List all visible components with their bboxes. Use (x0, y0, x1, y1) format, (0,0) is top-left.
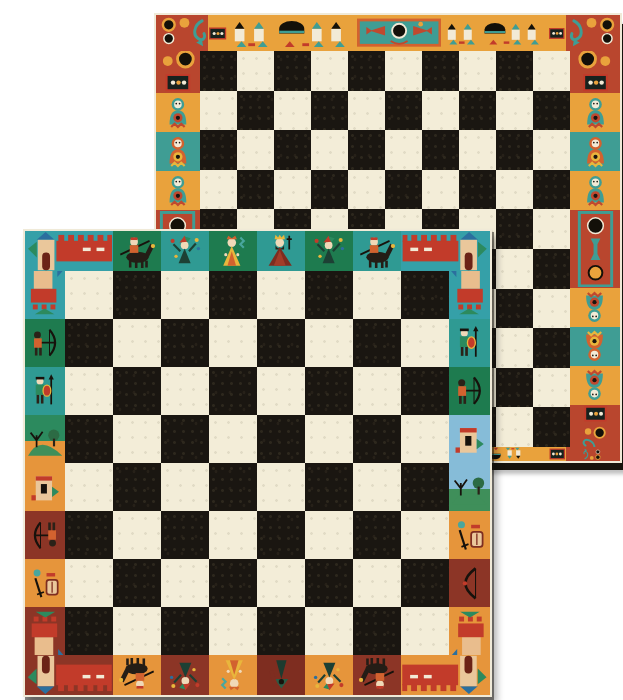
knight-on-horseback (113, 231, 161, 271)
draughts-square-r7c10 (533, 289, 570, 329)
mini-panel (570, 405, 620, 423)
stone-building (449, 415, 490, 463)
chess-square-g1 (353, 607, 401, 655)
draughts-square-r1c10 (533, 51, 570, 91)
matryoshka-doll (156, 171, 200, 210)
chess-square-f5 (305, 415, 353, 463)
draughts-board-border-top (156, 15, 620, 51)
chess-square-a3 (65, 511, 113, 559)
chess-square-e7 (257, 319, 305, 367)
chess-board-field (65, 271, 449, 655)
chess-square-d8 (209, 271, 257, 319)
draughts-square-r1c8 (459, 51, 496, 91)
knight-gear (449, 511, 490, 559)
chess-square-h8 (401, 271, 449, 319)
corner-castle-top-right (401, 231, 490, 271)
corner-castle-bottom-right (401, 655, 490, 695)
chess-square-g5 (353, 415, 401, 463)
draughts-square-r2c1 (200, 91, 237, 131)
corner-folk-bird (566, 15, 620, 51)
matryoshka-doll (570, 171, 620, 210)
draughts-square-r1c6 (385, 51, 422, 91)
mini-panel (208, 15, 228, 51)
chess-square-a7 (65, 319, 113, 367)
mini-panel (548, 447, 566, 461)
draughts-square-r3c7 (422, 130, 459, 170)
draughts-square-r3c4 (311, 130, 348, 170)
draughts-square-r3c2 (237, 130, 274, 170)
draughts-square-r3c5 (348, 130, 385, 170)
draughts-square-r2c7 (422, 91, 459, 131)
chess-square-a2 (65, 559, 113, 607)
chess-square-h3 (401, 511, 449, 559)
juggler (305, 231, 353, 271)
chess-square-d1 (209, 607, 257, 655)
chess-square-d5 (209, 415, 257, 463)
draughts-square-r4c6 (385, 170, 422, 210)
chess-square-g2 (353, 559, 401, 607)
chess-square-f7 (305, 319, 353, 367)
chess-square-b3 (113, 511, 161, 559)
draughts-square-r3c8 (459, 130, 496, 170)
spearman-with-shield (25, 367, 65, 415)
chess-square-g8 (353, 271, 401, 319)
matryoshka-doll (570, 366, 620, 405)
chess-square-h6 (401, 367, 449, 415)
draughts-square-r2c6 (385, 91, 422, 131)
draughts-square-r4c2 (237, 170, 274, 210)
landscape-with-sling (449, 463, 490, 511)
scene (0, 0, 623, 700)
matryoshka-doll (570, 327, 620, 366)
chess-square-d2 (209, 559, 257, 607)
draughts-square-r1c5 (348, 51, 385, 91)
chess-board (23, 229, 492, 697)
tower-motif-strip (442, 15, 548, 51)
draughts-square-r6c9 (496, 249, 533, 289)
draughts-square-r4c7 (422, 170, 459, 210)
chess-square-f6 (305, 367, 353, 415)
draughts-square-r5c9 (496, 209, 533, 249)
chess-square-c5 (161, 415, 209, 463)
bone-medallion-panel (570, 210, 620, 288)
draughts-square-r3c6 (385, 130, 422, 170)
chess-square-e4 (257, 463, 305, 511)
draughts-square-r3c10 (533, 130, 570, 170)
matryoshka-doll (570, 93, 620, 132)
chess-square-h4 (401, 463, 449, 511)
chess-square-b7 (113, 319, 161, 367)
draughts-square-r2c10 (533, 91, 570, 131)
chess-square-d6 (209, 367, 257, 415)
draughts-square-r7c9 (496, 289, 533, 329)
matryoshka-doll (570, 288, 620, 327)
stone-building (25, 463, 65, 511)
chess-square-c1 (161, 607, 209, 655)
corner-folk-bird (566, 447, 620, 461)
mini-panel (548, 15, 566, 51)
tower-motif-strip (228, 15, 356, 51)
draughts-square-r1c2 (237, 51, 274, 91)
draughts-square-r4c3 (274, 170, 311, 210)
chess-square-g6 (353, 367, 401, 415)
corner-folk-bird (156, 15, 208, 51)
draughts-square-r2c2 (237, 91, 274, 131)
mini-panel (156, 73, 200, 93)
archer (25, 319, 65, 367)
draughts-square-r5c10 (533, 209, 570, 249)
corner-castle-top-left (25, 231, 113, 271)
chess-square-b6 (113, 367, 161, 415)
chess-square-g4 (353, 463, 401, 511)
mini-panel (570, 73, 620, 93)
chess-square-g3 (353, 511, 401, 559)
draughts-square-r9c9 (496, 368, 533, 408)
knight-gear (25, 559, 65, 607)
draughts-square-r2c9 (496, 91, 533, 131)
matryoshka-doll (156, 132, 200, 171)
chess-square-e8 (257, 271, 305, 319)
chess-square-c2 (161, 559, 209, 607)
chess-square-f1 (305, 607, 353, 655)
draughts-square-r3c1 (200, 130, 237, 170)
draughts-square-r6c10 (533, 249, 570, 289)
chess-board-border-left (25, 231, 65, 695)
draughts-square-r1c1 (200, 51, 237, 91)
chess-square-e6 (257, 367, 305, 415)
draughts-square-r3c9 (496, 130, 533, 170)
chess-square-b8 (113, 271, 161, 319)
corner-castle-bottom-left (25, 655, 113, 695)
chess-square-a1 (65, 607, 113, 655)
juggler (305, 655, 353, 695)
chess-square-c6 (161, 367, 209, 415)
chess-square-d3 (209, 511, 257, 559)
chess-square-h1 (401, 607, 449, 655)
draughts-square-r10c9 (496, 407, 533, 447)
draughts-square-r1c9 (496, 51, 533, 91)
jester-juggling (161, 231, 209, 271)
draughts-square-r2c5 (348, 91, 385, 131)
chess-square-h5 (401, 415, 449, 463)
draughts-square-r9c10 (533, 368, 570, 408)
draughts-square-r3c3 (274, 130, 311, 170)
draughts-square-r10c10 (533, 407, 570, 447)
chess-square-b5 (113, 415, 161, 463)
knight-on-horseback (353, 655, 401, 695)
knight-on-horseback (113, 655, 161, 695)
draughts-square-r4c4 (311, 170, 348, 210)
chess-square-c7 (161, 319, 209, 367)
spearman-with-shield (449, 319, 490, 367)
chess-square-f2 (305, 559, 353, 607)
chess-square-h2 (401, 559, 449, 607)
chess-square-f3 (305, 511, 353, 559)
jester-juggling (161, 655, 209, 695)
matryoshka-doll (156, 93, 200, 132)
chess-square-c4 (161, 463, 209, 511)
draughts-square-r2c3 (274, 91, 311, 131)
chess-square-b1 (113, 607, 161, 655)
war-bow (449, 559, 490, 607)
chess-square-h7 (401, 319, 449, 367)
chess-square-c8 (161, 271, 209, 319)
draughts-board-border-right (570, 15, 620, 461)
chess-board-border-top (25, 231, 490, 271)
chess-square-b4 (113, 463, 161, 511)
chess-square-e5 (257, 415, 305, 463)
chess-square-e3 (257, 511, 305, 559)
chess-board-border-right (449, 231, 490, 695)
draughts-square-r4c5 (348, 170, 385, 210)
king-with-scepter (257, 231, 305, 271)
draughts-square-r1c3 (274, 51, 311, 91)
queen (209, 231, 257, 271)
draughts-square-r2c4 (311, 91, 348, 131)
chess-square-d7 (209, 319, 257, 367)
chess-square-f8 (305, 271, 353, 319)
chess-square-g7 (353, 319, 401, 367)
fish-medallion-panel (356, 15, 442, 51)
draughts-square-r1c7 (422, 51, 459, 91)
chess-square-a8 (65, 271, 113, 319)
queen (209, 655, 257, 695)
draughts-square-r2c8 (459, 91, 496, 131)
chess-square-a5 (65, 415, 113, 463)
chess-board-border-bottom (25, 655, 490, 695)
chess-square-f4 (305, 463, 353, 511)
chess-square-e2 (257, 559, 305, 607)
chess-square-c3 (161, 511, 209, 559)
draughts-square-r4c10 (533, 170, 570, 210)
chess-square-b2 (113, 559, 161, 607)
chess-square-a4 (65, 463, 113, 511)
archer (449, 367, 490, 415)
landscape-with-sling (25, 415, 65, 463)
draughts-square-r4c1 (200, 170, 237, 210)
draughts-square-r1c4 (311, 51, 348, 91)
draughts-square-r8c10 (533, 328, 570, 368)
draughts-square-r4c9 (496, 170, 533, 210)
archer (25, 511, 65, 559)
draughts-square-r4c8 (459, 170, 496, 210)
knight-on-horseback (353, 231, 401, 271)
chess-square-d4 (209, 463, 257, 511)
matryoshka-doll (570, 132, 620, 171)
guard-with-club (257, 655, 305, 695)
chess-square-e1 (257, 607, 305, 655)
chess-square-a6 (65, 367, 113, 415)
draughts-square-r8c9 (496, 328, 533, 368)
